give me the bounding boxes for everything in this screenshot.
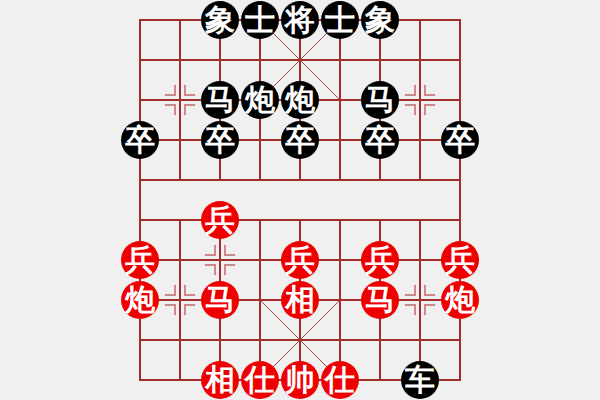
piece-red-soldier[interactable]: 兵 <box>361 241 399 279</box>
piece-glyph: 炮 <box>285 85 315 115</box>
piece-black-advisor[interactable]: 士 <box>321 1 359 39</box>
piece-glyph: 卒 <box>205 125 235 155</box>
piece-glyph: 将 <box>285 5 315 35</box>
piece-glyph: 马 <box>365 285 395 315</box>
piece-glyph: 兵 <box>205 205 235 235</box>
piece-red-general[interactable]: 帅 <box>281 361 319 399</box>
piece-glyph: 卒 <box>445 125 475 155</box>
piece-red-soldier[interactable]: 兵 <box>441 241 479 279</box>
piece-black-elephant[interactable]: 象 <box>201 1 239 39</box>
piece-glyph: 兵 <box>445 245 475 275</box>
piece-glyph: 仕 <box>245 365 275 395</box>
piece-glyph: 炮 <box>245 85 275 115</box>
piece-glyph: 卒 <box>365 125 395 155</box>
piece-red-cannon[interactable]: 炮 <box>121 281 159 319</box>
piece-red-horse[interactable]: 马 <box>361 281 399 319</box>
piece-red-elephant[interactable]: 相 <box>201 361 239 399</box>
piece-glyph: 炮 <box>445 285 475 315</box>
piece-red-advisor[interactable]: 仕 <box>321 361 359 399</box>
piece-red-soldier[interactable]: 兵 <box>281 241 319 279</box>
piece-red-soldier[interactable]: 兵 <box>121 241 159 279</box>
piece-black-soldier[interactable]: 卒 <box>201 121 239 159</box>
piece-glyph: 仕 <box>325 365 355 395</box>
board-grid <box>0 0 600 400</box>
piece-glyph: 车 <box>405 365 435 395</box>
piece-red-elephant[interactable]: 相 <box>281 281 319 319</box>
piece-black-soldier[interactable]: 卒 <box>361 121 399 159</box>
piece-black-soldier[interactable]: 卒 <box>441 121 479 159</box>
piece-glyph: 兵 <box>365 245 395 275</box>
piece-black-elephant[interactable]: 象 <box>361 1 399 39</box>
piece-black-cannon[interactable]: 炮 <box>241 81 279 119</box>
piece-red-soldier[interactable]: 兵 <box>201 201 239 239</box>
piece-glyph: 卒 <box>285 125 315 155</box>
piece-glyph: 士 <box>245 5 275 35</box>
piece-glyph: 帅 <box>285 365 315 395</box>
piece-red-advisor[interactable]: 仕 <box>241 361 279 399</box>
piece-glyph: 相 <box>205 365 235 395</box>
piece-black-horse[interactable]: 马 <box>201 81 239 119</box>
piece-glyph: 马 <box>205 85 235 115</box>
piece-black-soldier[interactable]: 卒 <box>121 121 159 159</box>
piece-red-cannon[interactable]: 炮 <box>441 281 479 319</box>
piece-black-advisor[interactable]: 士 <box>241 1 279 39</box>
piece-glyph: 卒 <box>125 125 155 155</box>
piece-glyph: 马 <box>205 285 235 315</box>
piece-glyph: 相 <box>285 285 315 315</box>
piece-black-chariot[interactable]: 车 <box>401 361 439 399</box>
piece-glyph: 炮 <box>125 285 155 315</box>
piece-glyph: 士 <box>325 5 355 35</box>
piece-black-cannon[interactable]: 炮 <box>281 81 319 119</box>
piece-glyph: 马 <box>365 85 395 115</box>
xiangqi-board: 象士将士象马炮炮马卒卒卒卒卒兵兵兵兵兵炮马相马炮相仕帅仕车 <box>0 0 600 400</box>
piece-black-horse[interactable]: 马 <box>361 81 399 119</box>
piece-red-horse[interactable]: 马 <box>201 281 239 319</box>
piece-black-general[interactable]: 将 <box>281 1 319 39</box>
piece-glyph: 象 <box>365 5 395 35</box>
piece-glyph: 兵 <box>285 245 315 275</box>
piece-glyph: 兵 <box>125 245 155 275</box>
piece-black-soldier[interactable]: 卒 <box>281 121 319 159</box>
piece-glyph: 象 <box>205 5 235 35</box>
